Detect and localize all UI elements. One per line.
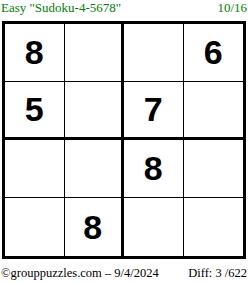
cell-r3c4[interactable] (184, 140, 244, 198)
puzzle-page: Easy "Sudoku-4-5678" 10/16 865788 ©group… (0, 0, 248, 282)
page-number: 10/16 (217, 0, 247, 15)
page-header: Easy "Sudoku-4-5678" 10/16 (1, 0, 247, 19)
cell-r1c1[interactable]: 8 (5, 24, 65, 82)
cell-r1c3[interactable] (124, 24, 184, 82)
cell-r4c3[interactable] (124, 198, 184, 256)
cell-r3c1[interactable] (5, 140, 65, 198)
cell-r4c4[interactable] (184, 198, 244, 256)
puzzle-title: Easy "Sudoku-4-5678" (1, 0, 121, 15)
copyright-text: ©grouppuzzles.com – 9/4/2024 (1, 266, 159, 280)
sudoku-board: 865788 (2, 21, 246, 259)
cell-r4c2[interactable]: 8 (65, 198, 125, 256)
difficulty-text: Diff: 3 /622 (188, 266, 247, 280)
cell-r1c2[interactable] (65, 24, 125, 82)
cell-r2c2[interactable] (65, 82, 125, 140)
cell-r3c2[interactable] (65, 140, 125, 198)
cell-r4c1[interactable] (5, 198, 65, 256)
cell-r2c1[interactable]: 5 (5, 82, 65, 140)
page-footer: ©grouppuzzles.com – 9/4/2024 Diff: 3 /62… (1, 264, 247, 280)
cell-r2c3[interactable]: 7 (124, 82, 184, 140)
cell-r1c4[interactable]: 6 (184, 24, 244, 82)
cell-r3c3[interactable]: 8 (124, 140, 184, 198)
cell-r2c4[interactable] (184, 82, 244, 140)
